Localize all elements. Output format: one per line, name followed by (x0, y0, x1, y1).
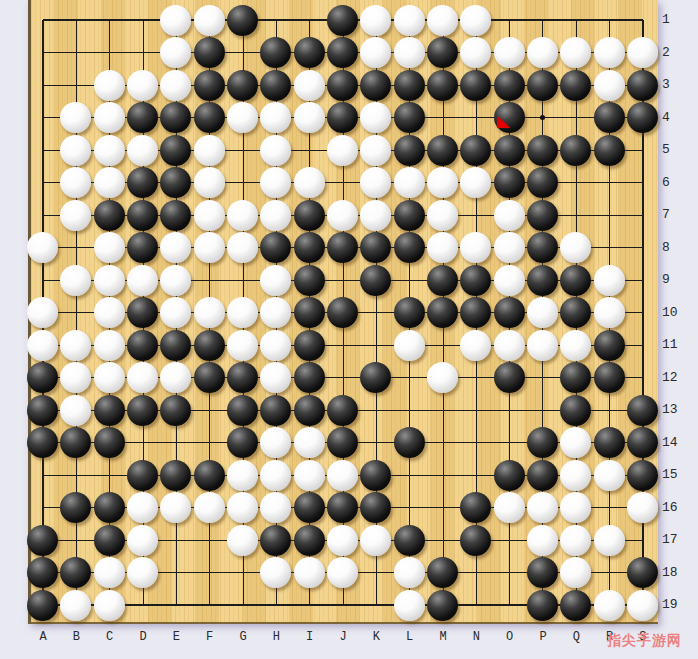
intersection-I2[interactable] (293, 37, 326, 70)
intersection-E13[interactable] (159, 394, 192, 427)
intersection-M1[interactable] (426, 4, 459, 37)
intersection-D1[interactable] (126, 4, 159, 37)
intersection-M11[interactable] (426, 329, 459, 362)
intersection-R12[interactable] (593, 362, 626, 395)
intersection-O16[interactable] (493, 492, 526, 525)
intersection-Q4[interactable] (559, 102, 592, 135)
intersection-H16[interactable] (259, 492, 292, 525)
intersection-I1[interactable] (293, 4, 326, 37)
intersection-R1[interactable] (593, 4, 626, 37)
intersection-L12[interactable] (393, 362, 426, 395)
intersection-N9[interactable] (459, 264, 492, 297)
intersection-I7[interactable] (293, 199, 326, 232)
intersection-M5[interactable] (426, 134, 459, 167)
intersection-A16[interactable] (26, 492, 59, 525)
intersection-P12[interactable] (526, 362, 559, 395)
intersection-J11[interactable] (326, 329, 359, 362)
intersection-O18[interactable] (493, 557, 526, 590)
intersection-M4[interactable] (426, 102, 459, 135)
intersection-E3[interactable] (159, 69, 192, 102)
intersection-O5[interactable] (493, 134, 526, 167)
intersection-J3[interactable] (326, 69, 359, 102)
intersection-N19[interactable] (459, 589, 492, 622)
intersection-H6[interactable] (259, 167, 292, 200)
intersection-D12[interactable] (126, 362, 159, 395)
intersection-P16[interactable] (526, 492, 559, 525)
intersection-B13[interactable] (59, 394, 92, 427)
intersection-A19[interactable] (26, 589, 59, 622)
intersection-F12[interactable] (193, 362, 226, 395)
intersection-O4[interactable] (493, 102, 526, 135)
intersection-F3[interactable] (193, 69, 226, 102)
intersection-L6[interactable] (393, 167, 426, 200)
intersection-P13[interactable] (526, 394, 559, 427)
intersection-M9[interactable] (426, 264, 459, 297)
intersection-E6[interactable] (159, 167, 192, 200)
intersection-D9[interactable] (126, 264, 159, 297)
intersection-S4[interactable] (626, 102, 659, 135)
intersection-G6[interactable] (226, 167, 259, 200)
intersection-L18[interactable] (393, 557, 426, 590)
intersection-I17[interactable] (293, 524, 326, 557)
intersection-S9[interactable] (626, 264, 659, 297)
intersection-G1[interactable] (226, 4, 259, 37)
intersection-H5[interactable] (259, 134, 292, 167)
intersection-L4[interactable] (393, 102, 426, 135)
intersection-L16[interactable] (393, 492, 426, 525)
intersection-L15[interactable] (393, 459, 426, 492)
intersection-A11[interactable] (26, 329, 59, 362)
intersection-A14[interactable] (26, 427, 59, 460)
intersection-K15[interactable] (359, 459, 392, 492)
intersection-L5[interactable] (393, 134, 426, 167)
intersection-J10[interactable] (326, 297, 359, 330)
intersection-I13[interactable] (293, 394, 326, 427)
intersection-A5[interactable] (26, 134, 59, 167)
intersection-S2[interactable] (626, 37, 659, 70)
intersection-G3[interactable] (226, 69, 259, 102)
intersection-H19[interactable] (259, 589, 292, 622)
intersection-E10[interactable] (159, 297, 192, 330)
intersection-H15[interactable] (259, 459, 292, 492)
intersection-N7[interactable] (459, 199, 492, 232)
intersection-C10[interactable] (93, 297, 126, 330)
intersection-H8[interactable] (259, 232, 292, 265)
intersection-E19[interactable] (159, 589, 192, 622)
intersection-R17[interactable] (593, 524, 626, 557)
intersection-O10[interactable] (493, 297, 526, 330)
intersection-A17[interactable] (26, 524, 59, 557)
intersection-R2[interactable] (593, 37, 626, 70)
intersection-R8[interactable] (593, 232, 626, 265)
intersection-G19[interactable] (226, 589, 259, 622)
intersection-B2[interactable] (59, 37, 92, 70)
intersection-B7[interactable] (59, 199, 92, 232)
intersection-B9[interactable] (59, 264, 92, 297)
intersection-L10[interactable] (393, 297, 426, 330)
intersection-J19[interactable] (326, 589, 359, 622)
intersection-S11[interactable] (626, 329, 659, 362)
intersection-S1[interactable] (626, 4, 659, 37)
intersection-N1[interactable] (459, 4, 492, 37)
intersection-N13[interactable] (459, 394, 492, 427)
intersection-J1[interactable] (326, 4, 359, 37)
intersection-B8[interactable] (59, 232, 92, 265)
intersection-P6[interactable] (526, 167, 559, 200)
intersection-Q8[interactable] (559, 232, 592, 265)
intersection-I10[interactable] (293, 297, 326, 330)
intersection-O12[interactable] (493, 362, 526, 395)
intersection-A1[interactable] (26, 4, 59, 37)
intersection-B5[interactable] (59, 134, 92, 167)
intersection-J9[interactable] (326, 264, 359, 297)
intersection-I18[interactable] (293, 557, 326, 590)
intersection-H12[interactable] (259, 362, 292, 395)
intersection-A6[interactable] (26, 167, 59, 200)
intersection-N2[interactable] (459, 37, 492, 70)
intersection-O14[interactable] (493, 427, 526, 460)
intersection-G13[interactable] (226, 394, 259, 427)
intersection-N12[interactable] (459, 362, 492, 395)
intersection-D6[interactable] (126, 167, 159, 200)
intersection-C5[interactable] (93, 134, 126, 167)
intersection-B19[interactable] (59, 589, 92, 622)
intersection-D18[interactable] (126, 557, 159, 590)
intersection-F7[interactable] (193, 199, 226, 232)
intersection-N17[interactable] (459, 524, 492, 557)
intersection-O11[interactable] (493, 329, 526, 362)
intersection-F15[interactable] (193, 459, 226, 492)
intersection-S6[interactable] (626, 167, 659, 200)
intersection-K2[interactable] (359, 37, 392, 70)
intersection-R4[interactable] (593, 102, 626, 135)
intersection-A7[interactable] (26, 199, 59, 232)
intersection-K7[interactable] (359, 199, 392, 232)
intersection-R9[interactable] (593, 264, 626, 297)
intersection-B15[interactable] (59, 459, 92, 492)
intersection-C17[interactable] (93, 524, 126, 557)
intersection-N10[interactable] (459, 297, 492, 330)
intersection-J14[interactable] (326, 427, 359, 460)
intersection-S12[interactable] (626, 362, 659, 395)
intersection-H3[interactable] (259, 69, 292, 102)
intersection-K12[interactable] (359, 362, 392, 395)
intersection-Q11[interactable] (559, 329, 592, 362)
intersection-L13[interactable] (393, 394, 426, 427)
intersection-F2[interactable] (193, 37, 226, 70)
intersection-E4[interactable] (159, 102, 192, 135)
intersection-I9[interactable] (293, 264, 326, 297)
intersection-H17[interactable] (259, 524, 292, 557)
intersection-K14[interactable] (359, 427, 392, 460)
intersection-K6[interactable] (359, 167, 392, 200)
intersection-P9[interactable] (526, 264, 559, 297)
intersection-M17[interactable] (426, 524, 459, 557)
intersection-O2[interactable] (493, 37, 526, 70)
intersection-M10[interactable] (426, 297, 459, 330)
intersection-K8[interactable] (359, 232, 392, 265)
intersection-O13[interactable] (493, 394, 526, 427)
intersection-Q18[interactable] (559, 557, 592, 590)
intersection-R15[interactable] (593, 459, 626, 492)
intersection-C8[interactable] (93, 232, 126, 265)
intersection-C1[interactable] (93, 4, 126, 37)
intersection-L8[interactable] (393, 232, 426, 265)
intersection-G14[interactable] (226, 427, 259, 460)
intersection-S13[interactable] (626, 394, 659, 427)
intersection-R7[interactable] (593, 199, 626, 232)
intersection-B16[interactable] (59, 492, 92, 525)
intersection-P3[interactable] (526, 69, 559, 102)
intersection-C2[interactable] (93, 37, 126, 70)
intersection-I4[interactable] (293, 102, 326, 135)
intersection-F19[interactable] (193, 589, 226, 622)
intersection-K1[interactable] (359, 4, 392, 37)
intersection-B11[interactable] (59, 329, 92, 362)
intersection-P17[interactable] (526, 524, 559, 557)
intersection-F14[interactable] (193, 427, 226, 460)
intersection-F5[interactable] (193, 134, 226, 167)
intersection-H11[interactable] (259, 329, 292, 362)
intersection-K19[interactable] (359, 589, 392, 622)
intersection-H14[interactable] (259, 427, 292, 460)
intersection-B14[interactable] (59, 427, 92, 460)
intersection-M19[interactable] (426, 589, 459, 622)
intersection-G12[interactable] (226, 362, 259, 395)
intersection-P7[interactable] (526, 199, 559, 232)
intersection-J13[interactable] (326, 394, 359, 427)
intersection-B10[interactable] (59, 297, 92, 330)
intersection-E11[interactable] (159, 329, 192, 362)
intersection-H2[interactable] (259, 37, 292, 70)
intersection-E18[interactable] (159, 557, 192, 590)
intersection-R11[interactable] (593, 329, 626, 362)
intersection-Q1[interactable] (559, 4, 592, 37)
intersection-C6[interactable] (93, 167, 126, 200)
intersection-C18[interactable] (93, 557, 126, 590)
intersection-A12[interactable] (26, 362, 59, 395)
intersection-D16[interactable] (126, 492, 159, 525)
intersection-B3[interactable] (59, 69, 92, 102)
intersection-E8[interactable] (159, 232, 192, 265)
intersection-O6[interactable] (493, 167, 526, 200)
intersection-S15[interactable] (626, 459, 659, 492)
intersection-P10[interactable] (526, 297, 559, 330)
intersection-R13[interactable] (593, 394, 626, 427)
intersection-N15[interactable] (459, 459, 492, 492)
intersection-G17[interactable] (226, 524, 259, 557)
intersection-G9[interactable] (226, 264, 259, 297)
intersection-Q10[interactable] (559, 297, 592, 330)
intersection-E9[interactable] (159, 264, 192, 297)
intersection-I6[interactable] (293, 167, 326, 200)
intersection-J4[interactable] (326, 102, 359, 135)
intersection-Q12[interactable] (559, 362, 592, 395)
intersection-F13[interactable] (193, 394, 226, 427)
intersection-S16[interactable] (626, 492, 659, 525)
intersection-N16[interactable] (459, 492, 492, 525)
intersection-D8[interactable] (126, 232, 159, 265)
intersection-N18[interactable] (459, 557, 492, 590)
intersection-F9[interactable] (193, 264, 226, 297)
intersection-C15[interactable] (93, 459, 126, 492)
intersection-I16[interactable] (293, 492, 326, 525)
intersection-D11[interactable] (126, 329, 159, 362)
intersection-L7[interactable] (393, 199, 426, 232)
intersection-F8[interactable] (193, 232, 226, 265)
intersection-D3[interactable] (126, 69, 159, 102)
intersection-P18[interactable] (526, 557, 559, 590)
intersection-C14[interactable] (93, 427, 126, 460)
intersection-E1[interactable] (159, 4, 192, 37)
intersection-G8[interactable] (226, 232, 259, 265)
intersection-H7[interactable] (259, 199, 292, 232)
intersection-L3[interactable] (393, 69, 426, 102)
intersection-B12[interactable] (59, 362, 92, 395)
intersection-J16[interactable] (326, 492, 359, 525)
intersection-G10[interactable] (226, 297, 259, 330)
intersection-P8[interactable] (526, 232, 559, 265)
intersection-D2[interactable] (126, 37, 159, 70)
intersection-M8[interactable] (426, 232, 459, 265)
intersection-R5[interactable] (593, 134, 626, 167)
intersection-D14[interactable] (126, 427, 159, 460)
intersection-L17[interactable] (393, 524, 426, 557)
intersection-K10[interactable] (359, 297, 392, 330)
intersection-F11[interactable] (193, 329, 226, 362)
intersection-K11[interactable] (359, 329, 392, 362)
intersection-O15[interactable] (493, 459, 526, 492)
intersection-I3[interactable] (293, 69, 326, 102)
intersection-P1[interactable] (526, 4, 559, 37)
intersection-S14[interactable] (626, 427, 659, 460)
intersection-R6[interactable] (593, 167, 626, 200)
intersection-A8[interactable] (26, 232, 59, 265)
intersection-H18[interactable] (259, 557, 292, 590)
intersection-H1[interactable] (259, 4, 292, 37)
intersection-D4[interactable] (126, 102, 159, 135)
intersection-E15[interactable] (159, 459, 192, 492)
intersection-K18[interactable] (359, 557, 392, 590)
intersection-R18[interactable] (593, 557, 626, 590)
intersection-P4[interactable] (526, 102, 559, 135)
intersection-O17[interactable] (493, 524, 526, 557)
intersection-O9[interactable] (493, 264, 526, 297)
intersection-E16[interactable] (159, 492, 192, 525)
intersection-Q19[interactable] (559, 589, 592, 622)
intersection-P5[interactable] (526, 134, 559, 167)
intersection-H4[interactable] (259, 102, 292, 135)
intersection-I8[interactable] (293, 232, 326, 265)
intersection-M7[interactable] (426, 199, 459, 232)
intersection-S7[interactable] (626, 199, 659, 232)
intersection-K9[interactable] (359, 264, 392, 297)
intersection-Q17[interactable] (559, 524, 592, 557)
intersection-J5[interactable] (326, 134, 359, 167)
intersection-M14[interactable] (426, 427, 459, 460)
intersection-Q16[interactable] (559, 492, 592, 525)
intersection-H13[interactable] (259, 394, 292, 427)
intersection-G18[interactable] (226, 557, 259, 590)
intersection-N3[interactable] (459, 69, 492, 102)
intersection-M12[interactable] (426, 362, 459, 395)
intersection-G16[interactable] (226, 492, 259, 525)
intersection-N11[interactable] (459, 329, 492, 362)
intersection-C4[interactable] (93, 102, 126, 135)
intersection-L1[interactable] (393, 4, 426, 37)
intersection-E17[interactable] (159, 524, 192, 557)
intersection-Q7[interactable] (559, 199, 592, 232)
intersection-Q13[interactable] (559, 394, 592, 427)
intersection-A4[interactable] (26, 102, 59, 135)
intersection-L11[interactable] (393, 329, 426, 362)
intersection-S8[interactable] (626, 232, 659, 265)
intersection-A3[interactable] (26, 69, 59, 102)
intersection-D15[interactable] (126, 459, 159, 492)
intersection-Q15[interactable] (559, 459, 592, 492)
intersection-F4[interactable] (193, 102, 226, 135)
intersection-J12[interactable] (326, 362, 359, 395)
intersection-B1[interactable] (59, 4, 92, 37)
intersection-A10[interactable] (26, 297, 59, 330)
intersection-C13[interactable] (93, 394, 126, 427)
intersection-F16[interactable] (193, 492, 226, 525)
intersection-C16[interactable] (93, 492, 126, 525)
intersection-G7[interactable] (226, 199, 259, 232)
intersection-K13[interactable] (359, 394, 392, 427)
intersection-A18[interactable] (26, 557, 59, 590)
intersection-N14[interactable] (459, 427, 492, 460)
intersection-M18[interactable] (426, 557, 459, 590)
intersection-D5[interactable] (126, 134, 159, 167)
intersection-O8[interactable] (493, 232, 526, 265)
intersection-M16[interactable] (426, 492, 459, 525)
intersection-D13[interactable] (126, 394, 159, 427)
intersection-J15[interactable] (326, 459, 359, 492)
intersection-O7[interactable] (493, 199, 526, 232)
intersection-E5[interactable] (159, 134, 192, 167)
intersection-P11[interactable] (526, 329, 559, 362)
intersection-P14[interactable] (526, 427, 559, 460)
intersection-S3[interactable] (626, 69, 659, 102)
intersection-N5[interactable] (459, 134, 492, 167)
intersection-N8[interactable] (459, 232, 492, 265)
intersection-S10[interactable] (626, 297, 659, 330)
intersection-E12[interactable] (159, 362, 192, 395)
intersection-G11[interactable] (226, 329, 259, 362)
intersection-S19[interactable] (626, 589, 659, 622)
intersection-F6[interactable] (193, 167, 226, 200)
intersection-M3[interactable] (426, 69, 459, 102)
intersection-J7[interactable] (326, 199, 359, 232)
intersection-K4[interactable] (359, 102, 392, 135)
intersection-K16[interactable] (359, 492, 392, 525)
intersection-P19[interactable] (526, 589, 559, 622)
intersection-I19[interactable] (293, 589, 326, 622)
intersection-D17[interactable] (126, 524, 159, 557)
intersection-R3[interactable] (593, 69, 626, 102)
intersection-I15[interactable] (293, 459, 326, 492)
intersection-N6[interactable] (459, 167, 492, 200)
intersection-C3[interactable] (93, 69, 126, 102)
intersection-E14[interactable] (159, 427, 192, 460)
intersection-C19[interactable] (93, 589, 126, 622)
intersection-M15[interactable] (426, 459, 459, 492)
intersection-F10[interactable] (193, 297, 226, 330)
intersection-J8[interactable] (326, 232, 359, 265)
intersection-G5[interactable] (226, 134, 259, 167)
intersection-Q5[interactable] (559, 134, 592, 167)
